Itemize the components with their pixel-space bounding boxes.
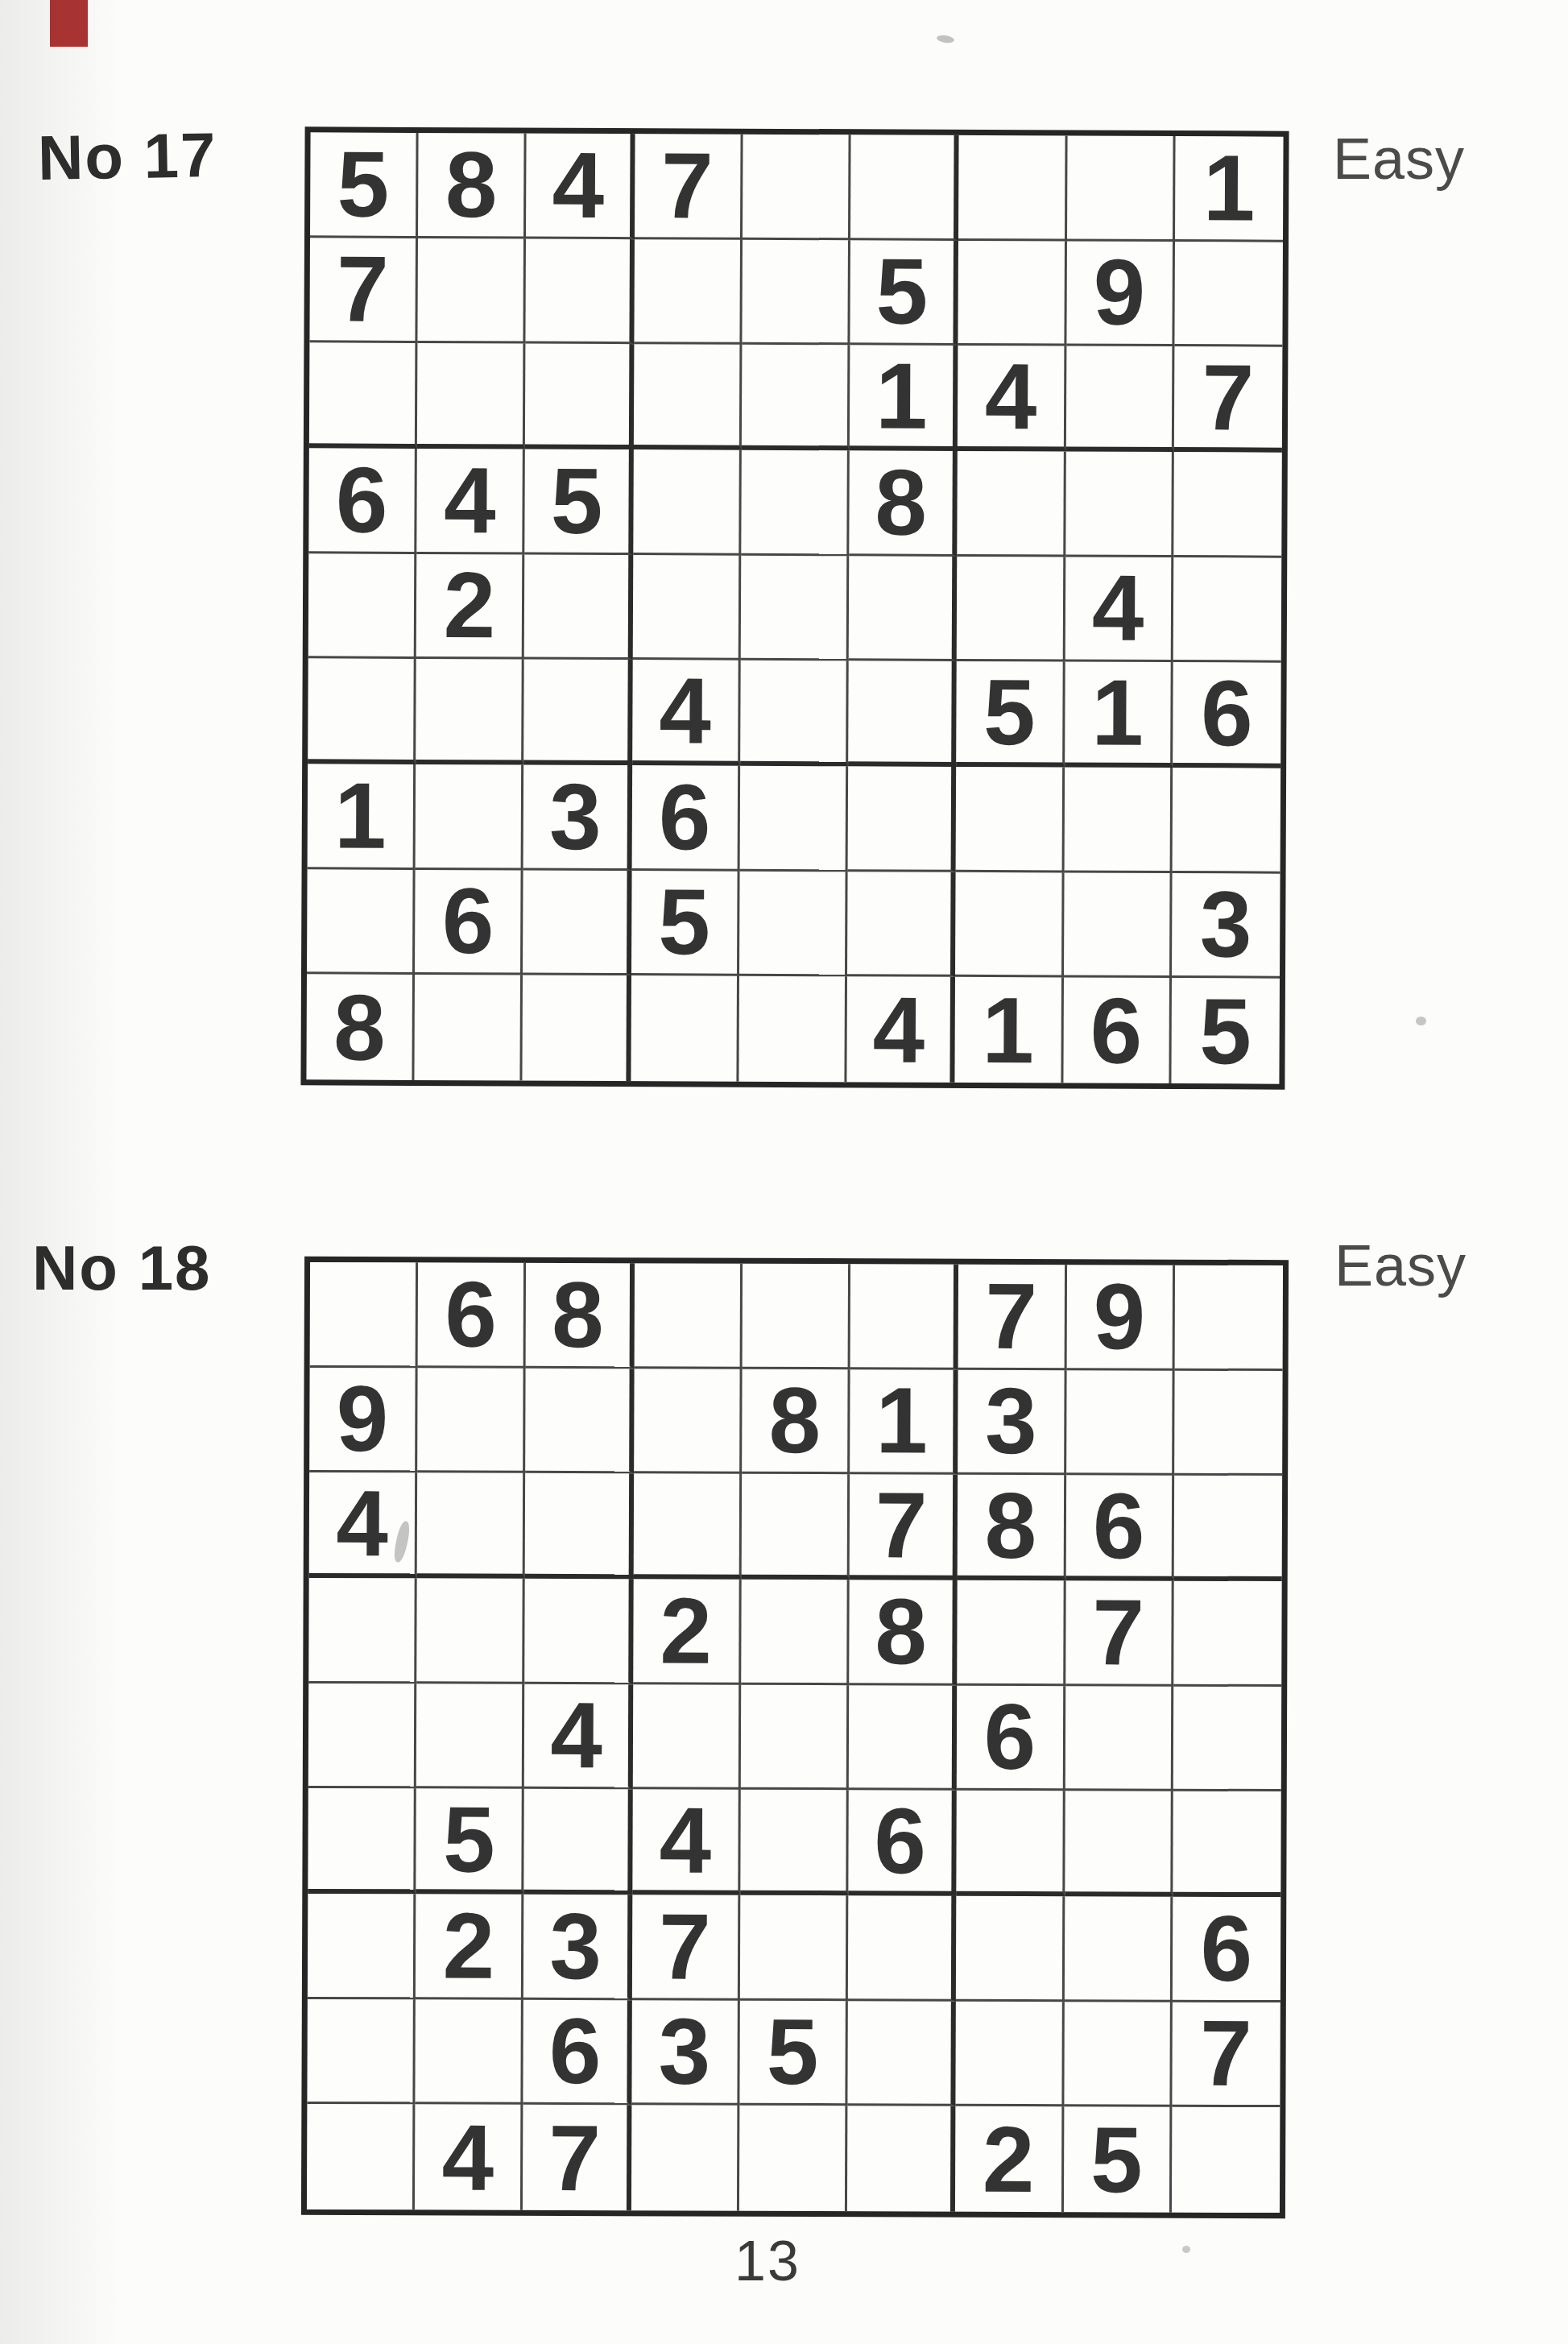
cell-r1c6: [850, 1264, 959, 1369]
cell-r2c3: [526, 1368, 635, 1473]
cell-r3c2: [417, 1473, 526, 1579]
cell-r1c1: 5: [310, 132, 419, 238]
cell-r9c6: [847, 2106, 956, 2212]
cell-r8c3: 6: [523, 1999, 632, 2105]
cell-r3c6: 7: [850, 1475, 958, 1580]
cell-r4c3: [525, 1579, 634, 1684]
given-digit: 6: [1090, 984, 1142, 1077]
cell-r1c4: [634, 1263, 743, 1369]
page-number: 13: [734, 2233, 801, 2289]
cell-r7c8: [1064, 767, 1173, 872]
cell-r8c3: [523, 870, 631, 975]
given-digit: 8: [333, 980, 386, 1074]
given-digit: 6: [549, 2004, 602, 2098]
cell-r6c2: [416, 659, 524, 764]
cell-r7c9: [1172, 768, 1280, 873]
given-digit: 1: [875, 1374, 928, 1468]
cell-r1c3: 8: [526, 1263, 635, 1369]
given-digit: 7: [337, 242, 389, 336]
cell-r6c3: [524, 1789, 633, 1895]
given-digit: 4: [336, 1476, 388, 1570]
cell-r5c1: [308, 553, 417, 659]
given-digit: 8: [984, 1478, 1036, 1572]
cell-r5c5: [741, 1684, 850, 1790]
cell-r6c5: [740, 1790, 849, 1895]
cell-r3c4: [634, 344, 743, 449]
cell-r8c4: 3: [631, 2000, 740, 2106]
cell-r9c9: [1172, 2107, 1280, 2213]
given-digit: 7: [875, 1478, 928, 1572]
cell-r2c1: 9: [309, 1368, 418, 1473]
given-digit: 8: [768, 1373, 821, 1467]
cell-r8c5: [739, 871, 848, 976]
given-digit: 4: [872, 983, 925, 1076]
cell-r2c9: [1174, 242, 1283, 347]
given-digit: 7: [548, 2111, 601, 2205]
cell-r2c1: 7: [309, 238, 418, 343]
cell-r3c8: [1065, 346, 1174, 452]
cell-r1c8: [1067, 135, 1176, 241]
cell-r2c8: [1066, 1370, 1175, 1476]
cell-r1c3: 4: [526, 134, 635, 239]
cell-r5c2: 2: [416, 554, 525, 660]
cell-r6c2: 5: [416, 1789, 525, 1895]
cell-r7c2: 2: [416, 1894, 524, 1999]
given-digit: 5: [983, 665, 1036, 759]
cell-r7c2: [416, 764, 524, 870]
cell-r8c1: [307, 1999, 416, 2105]
cell-r3c1: [309, 343, 418, 449]
given-digit: 7: [659, 1899, 711, 1993]
puzzle-18-title: No 18: [32, 1236, 211, 1299]
cell-r3c9: 7: [1174, 346, 1283, 452]
cell-r9c1: 8: [306, 975, 415, 1080]
cell-r9c2: [415, 975, 523, 1080]
given-digit: 1: [875, 349, 928, 442]
given-digit: 8: [875, 1584, 927, 1678]
cell-r5c8: [1065, 1686, 1173, 1791]
cell-r2c3: [526, 238, 635, 344]
cell-r9c8: 5: [1063, 2106, 1172, 2212]
cell-r9c6: 4: [847, 977, 956, 1083]
given-digit: 6: [442, 875, 494, 968]
cell-r3c5: [742, 1474, 850, 1580]
cell-r6c9: 6: [1173, 662, 1281, 768]
cell-r7c1: 1: [308, 764, 416, 869]
cell-r3c2: [417, 343, 526, 449]
cell-r5c9: [1173, 1686, 1282, 1791]
cell-r8c6: [847, 872, 956, 977]
cell-r4c1: 6: [308, 448, 417, 553]
cell-r2c4: [634, 239, 743, 345]
cell-r9c4: [631, 2106, 740, 2211]
cell-r5c8: 4: [1065, 557, 1173, 662]
scan-speck: [936, 35, 954, 44]
cell-r6c6: 6: [848, 1791, 957, 1896]
given-digit: 4: [552, 139, 604, 232]
cell-r2c7: 3: [958, 1369, 1066, 1475]
cell-r1c2: 8: [418, 133, 527, 238]
given-digit: 5: [767, 2005, 819, 2098]
cell-r9c5: [738, 976, 847, 1082]
cell-r4c3: 5: [525, 449, 634, 555]
given-digit: 7: [985, 1269, 1037, 1363]
cell-r8c8: [1064, 2002, 1173, 2107]
given-digit: 8: [552, 1268, 604, 1361]
given-digit: 4: [550, 1688, 602, 1782]
page-edge-shading: [0, 0, 121, 2344]
cell-r4c8: 7: [1065, 1580, 1174, 1686]
given-digit: 4: [985, 350, 1037, 443]
given-digit: 1: [1203, 141, 1256, 234]
cell-r6c4: 4: [632, 1790, 741, 1895]
cell-r6c1: [308, 659, 416, 764]
cell-r3c3: [525, 1473, 634, 1579]
cell-r4c6: 8: [849, 450, 958, 556]
cell-r6c1: [308, 1788, 416, 1894]
given-digit: 4: [442, 2110, 494, 2204]
cell-r1c7: [958, 135, 1067, 241]
cell-r7c4: 7: [632, 1895, 741, 2000]
cell-r3c7: 4: [958, 346, 1066, 451]
given-digit: 6: [1201, 666, 1253, 760]
cell-r1c9: [1174, 1265, 1283, 1371]
cell-r1c1: [310, 1262, 419, 1368]
cell-r7c5: [739, 766, 848, 872]
given-digit: 3: [1200, 878, 1252, 971]
cell-r7c6: [848, 766, 957, 872]
given-digit: 9: [337, 1372, 389, 1465]
given-digit: 6: [445, 1267, 497, 1360]
cell-r4c5: [741, 450, 850, 556]
cell-r3c1: 4: [309, 1472, 418, 1578]
red-corner-mark: [50, 0, 88, 47]
cell-r4c8: [1065, 451, 1174, 557]
given-digit: 6: [336, 453, 388, 546]
given-digit: 9: [1094, 1269, 1146, 1363]
cell-r5c2: [416, 1683, 525, 1789]
cell-r9c3: [523, 975, 631, 1081]
cell-r7c5: [740, 1895, 849, 2001]
given-digit: 1: [1091, 665, 1144, 759]
cell-r9c8: 6: [1063, 978, 1172, 1083]
cell-r6c3: [524, 660, 633, 765]
given-digit: 3: [658, 2005, 710, 2098]
cell-r4c5: [741, 1580, 850, 1685]
puzzle-18-difficulty: Easy: [1334, 1236, 1467, 1294]
given-digit: 6: [1201, 1902, 1253, 1995]
given-digit: 4: [1092, 561, 1144, 655]
cell-r5c7: 6: [957, 1685, 1065, 1791]
cell-r9c7: 1: [955, 977, 1064, 1083]
given-digit: 2: [660, 1584, 712, 1677]
cell-r8c2: 6: [415, 870, 523, 975]
given-digit: 5: [443, 1792, 495, 1886]
cell-r4c7: [958, 451, 1066, 557]
given-digit: 5: [658, 876, 710, 969]
cell-r6c5: [740, 661, 849, 766]
given-digit: 7: [661, 139, 714, 232]
cell-r6c8: 1: [1065, 662, 1173, 768]
cell-r5c7: [957, 557, 1065, 662]
cell-r7c1: [308, 1894, 416, 1999]
cell-r2c9: [1174, 1370, 1283, 1476]
cell-r8c9: 7: [1172, 2002, 1280, 2107]
given-digit: 2: [442, 1899, 494, 1992]
given-digit: 3: [985, 1374, 1037, 1468]
given-digit: 6: [874, 1794, 926, 1887]
cell-r3c5: [742, 345, 850, 450]
cell-r8c6: [848, 2001, 957, 2106]
cell-r2c7: [958, 241, 1067, 346]
cell-r8c8: [1064, 872, 1173, 978]
given-digit: 5: [337, 137, 389, 230]
cell-r6c6: [848, 661, 957, 767]
cell-r8c5: 5: [739, 2000, 848, 2106]
cell-r8c2: [416, 1999, 524, 2105]
cell-r3c4: [633, 1474, 742, 1580]
given-digit: 8: [445, 138, 498, 231]
cell-r6c4: 4: [632, 660, 741, 765]
given-digit: 5: [1090, 2113, 1143, 2206]
cell-r4c4: 2: [633, 1579, 742, 1684]
cell-r2c5: [742, 239, 850, 345]
cell-r1c5: [743, 135, 851, 240]
cell-r8c4: 5: [631, 871, 740, 976]
cell-r4c2: [416, 1578, 525, 1683]
cell-r2c2: [417, 1368, 526, 1473]
cell-r3c9: [1173, 1476, 1282, 1581]
cell-r6c7: 5: [956, 661, 1065, 767]
cell-r7c7: [956, 1896, 1065, 2002]
cell-r8c7: [955, 872, 1064, 978]
cell-r4c9: [1173, 1581, 1282, 1687]
given-digit: 4: [444, 453, 496, 547]
cell-r9c4: [631, 975, 739, 1081]
cell-r2c8: 9: [1066, 241, 1175, 346]
given-digit: 4: [659, 1793, 711, 1886]
given-digit: 2: [983, 2112, 1035, 2205]
given-digit: 5: [551, 454, 603, 548]
cell-r9c9: 5: [1171, 978, 1280, 1083]
cell-r1c5: [742, 1264, 850, 1369]
cell-r5c1: [308, 1683, 417, 1789]
given-digit: 4: [659, 664, 711, 757]
cell-r5c3: [524, 554, 633, 660]
cell-r6c8: [1065, 1791, 1173, 1896]
cell-r9c1: [307, 2104, 416, 2209]
cell-r4c4: [633, 449, 742, 555]
cell-r3c8: 6: [1065, 1476, 1174, 1581]
given-digit: 5: [875, 245, 928, 338]
given-digit: 5: [1199, 984, 1252, 1078]
cell-r1c2: 6: [418, 1262, 527, 1368]
given-digit: 3: [549, 770, 602, 863]
cell-r2c2: [418, 238, 527, 344]
cell-r8c9: 3: [1172, 873, 1280, 979]
given-digit: 3: [549, 1899, 602, 1993]
cell-r7c8: [1064, 1896, 1173, 2002]
cell-r7c9: 6: [1173, 1897, 1281, 2002]
given-digit: 6: [1093, 1479, 1145, 1572]
cell-r2c5: 8: [742, 1369, 850, 1474]
cell-r3c7: 8: [958, 1475, 1066, 1580]
given-digit: 2: [443, 559, 495, 652]
cell-r5c9: [1173, 557, 1281, 663]
cell-r4c7: [958, 1580, 1066, 1686]
cell-r7c7: [956, 767, 1065, 872]
given-digit: 1: [334, 768, 387, 862]
cell-r1c9: 1: [1175, 136, 1284, 242]
cell-r4c1: [308, 1578, 417, 1683]
given-digit: 9: [1093, 246, 1145, 339]
cell-r7c6: [848, 1895, 957, 2001]
cell-r2c6: 5: [850, 240, 959, 346]
given-digit: 7: [1202, 350, 1255, 444]
cell-r9c7: 2: [955, 2106, 1064, 2212]
cell-r1c8: 9: [1066, 1265, 1175, 1370]
cell-r9c3: 7: [523, 2105, 631, 2210]
cell-r9c2: 4: [415, 2105, 523, 2210]
cell-r7c3: 3: [523, 1895, 632, 2000]
scan-speck: [1182, 2246, 1190, 2253]
cell-r6c7: [957, 1791, 1065, 1896]
given-digit: 6: [659, 770, 711, 863]
cell-r5c3: 4: [524, 1683, 633, 1789]
given-digit: 6: [983, 1690, 1036, 1783]
cell-r5c6: [849, 1685, 958, 1791]
cell-r4c9: [1173, 452, 1282, 557]
cell-r3c6: 1: [850, 346, 958, 451]
cell-r5c5: [741, 555, 850, 661]
cell-r4c2: 4: [417, 449, 526, 554]
sudoku-grid-no18: 68799813478628746546237663574725: [301, 1257, 1289, 2218]
cell-r5c4: [632, 555, 741, 661]
cell-r2c6: 1: [850, 1369, 958, 1475]
cell-r5c4: [632, 1684, 741, 1790]
cell-r6c9: [1173, 1791, 1281, 1897]
cell-r8c7: [956, 2001, 1065, 2106]
scanned-sudoku-page: No 17 Easy 58471759147645824451613665384…: [0, 0, 1568, 2344]
puzzle-17-title: No 17: [37, 123, 217, 189]
cell-r1c6: [850, 135, 959, 240]
cell-r4c6: 8: [849, 1580, 958, 1685]
cell-r1c4: 7: [635, 134, 743, 239]
given-digit: 8: [875, 455, 927, 549]
cell-r7c3: 3: [523, 765, 632, 871]
cell-r3c3: [525, 344, 634, 449]
given-digit: 1: [982, 984, 1034, 1077]
cell-r8c1: [307, 869, 416, 975]
given-digit: 7: [1092, 1585, 1144, 1679]
puzzle-17-difficulty: Easy: [1333, 130, 1465, 188]
cell-r1c7: 7: [958, 1265, 1067, 1370]
cell-r9c5: [739, 2106, 848, 2211]
given-digit: 7: [1200, 2006, 1252, 2100]
sudoku-grid-no17: 58471759147645824451613665384165: [300, 126, 1289, 1089]
scan-speck: [1416, 1017, 1426, 1025]
cell-r5c6: [849, 556, 958, 661]
cell-r2c4: [634, 1369, 743, 1474]
cell-r7c4: 6: [631, 765, 740, 871]
